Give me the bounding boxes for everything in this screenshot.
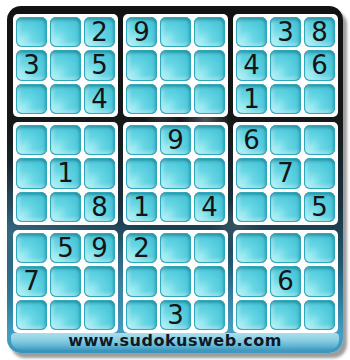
- cell-r2c2[interactable]: [50, 50, 81, 80]
- cell-r3c5[interactable]: [160, 84, 191, 114]
- cell-r4c8[interactable]: [270, 125, 301, 155]
- cell-r9c8[interactable]: [270, 300, 301, 330]
- cell-r8c1[interactable]: 7: [16, 266, 47, 296]
- cell-r1c2[interactable]: [50, 17, 81, 47]
- cell-r5c1[interactable]: [16, 158, 47, 188]
- cell-r5c9[interactable]: [304, 158, 335, 188]
- cell-r6c3[interactable]: 8: [84, 192, 115, 222]
- cell-r9c2[interactable]: [50, 300, 81, 330]
- cell-r1c3[interactable]: 2: [84, 17, 115, 47]
- cell-r1c1[interactable]: [16, 17, 47, 47]
- box-r3c2: 23: [123, 230, 228, 333]
- cell-r8c4[interactable]: [126, 266, 157, 296]
- cell-r6c7[interactable]: [236, 192, 267, 222]
- cell-r3c1[interactable]: [16, 84, 47, 114]
- cell-r4c1[interactable]: [16, 125, 47, 155]
- cell-r4c2[interactable]: [50, 125, 81, 155]
- cell-r8c5[interactable]: [160, 266, 191, 296]
- cell-r5c6[interactable]: [194, 158, 225, 188]
- sudoku-board: 235493846118914675597236 www.sudokusweb.…: [7, 6, 343, 353]
- cell-r4c9[interactable]: [304, 125, 335, 155]
- cell-r9c6[interactable]: [194, 300, 225, 330]
- cell-r3c8[interactable]: [270, 84, 301, 114]
- cell-r1c8[interactable]: 3: [270, 17, 301, 47]
- cell-r9c7[interactable]: [236, 300, 267, 330]
- cell-r6c5[interactable]: [160, 192, 191, 222]
- cell-r1c9[interactable]: 8: [304, 17, 335, 47]
- cell-r7c3[interactable]: 9: [84, 233, 115, 263]
- box-r2c1: 18: [13, 122, 118, 225]
- cell-r2c3[interactable]: 5: [84, 50, 115, 80]
- cell-r6c2[interactable]: [50, 192, 81, 222]
- cell-r5c7[interactable]: [236, 158, 267, 188]
- cell-r3c6[interactable]: [194, 84, 225, 114]
- cell-r4c5[interactable]: 9: [160, 125, 191, 155]
- cell-r2c7[interactable]: 4: [236, 50, 267, 80]
- cell-r9c5[interactable]: 3: [160, 300, 191, 330]
- cell-r5c8[interactable]: 7: [270, 158, 301, 188]
- cell-r7c9[interactable]: [304, 233, 335, 263]
- footer-bar: www.sudokusweb.com: [11, 333, 339, 350]
- cell-r3c9[interactable]: [304, 84, 335, 114]
- cell-r9c4[interactable]: [126, 300, 157, 330]
- box-r2c2: 914: [123, 122, 228, 225]
- cell-r2c1[interactable]: 3: [16, 50, 47, 80]
- cell-r6c1[interactable]: [16, 192, 47, 222]
- cell-r2c9[interactable]: 6: [304, 50, 335, 80]
- box-r1c1: 2354: [13, 14, 118, 117]
- cell-r5c3[interactable]: [84, 158, 115, 188]
- cell-r4c6[interactable]: [194, 125, 225, 155]
- cell-r2c6[interactable]: [194, 50, 225, 80]
- cell-r7c5[interactable]: [160, 233, 191, 263]
- cell-r2c8[interactable]: [270, 50, 301, 80]
- cell-r1c7[interactable]: [236, 17, 267, 47]
- cell-r8c7[interactable]: [236, 266, 267, 296]
- cell-r6c8[interactable]: [270, 192, 301, 222]
- cell-r8c8[interactable]: 6: [270, 266, 301, 296]
- cell-r4c7[interactable]: 6: [236, 125, 267, 155]
- box-r3c3: 6: [233, 230, 338, 333]
- box-r1c2: 9: [123, 14, 228, 117]
- cell-r9c1[interactable]: [16, 300, 47, 330]
- cell-r7c8[interactable]: [270, 233, 301, 263]
- page: 235493846118914675597236 www.sudokusweb.…: [0, 0, 350, 360]
- cell-r5c5[interactable]: [160, 158, 191, 188]
- cell-r8c6[interactable]: [194, 266, 225, 296]
- cell-r6c6[interactable]: 4: [194, 192, 225, 222]
- cell-r9c9[interactable]: [304, 300, 335, 330]
- cell-r7c6[interactable]: [194, 233, 225, 263]
- cell-r7c4[interactable]: 2: [126, 233, 157, 263]
- cell-r7c7[interactable]: [236, 233, 267, 263]
- cell-r1c6[interactable]: [194, 17, 225, 47]
- cell-r8c2[interactable]: [50, 266, 81, 296]
- website-caption: www.sudokusweb.com: [68, 333, 282, 350]
- cell-r2c4[interactable]: [126, 50, 157, 80]
- box-r3c1: 597: [13, 230, 118, 333]
- cell-r2c5[interactable]: [160, 50, 191, 80]
- cell-r3c3[interactable]: 4: [84, 84, 115, 114]
- cell-r6c4[interactable]: 1: [126, 192, 157, 222]
- cell-r7c1[interactable]: [16, 233, 47, 263]
- cell-r8c3[interactable]: [84, 266, 115, 296]
- box-r1c3: 38461: [233, 14, 338, 117]
- cell-r4c4[interactable]: [126, 125, 157, 155]
- cell-r3c2[interactable]: [50, 84, 81, 114]
- cell-r8c9[interactable]: [304, 266, 335, 296]
- cell-r6c9[interactable]: 5: [304, 192, 335, 222]
- cell-r3c4[interactable]: [126, 84, 157, 114]
- cell-r5c2[interactable]: 1: [50, 158, 81, 188]
- cell-r5c4[interactable]: [126, 158, 157, 188]
- cell-r1c5[interactable]: [160, 17, 191, 47]
- cell-r9c3[interactable]: [84, 300, 115, 330]
- cell-r1c4[interactable]: 9: [126, 17, 157, 47]
- box-r2c3: 675: [233, 122, 338, 225]
- sudoku-grid: 235493846118914675597236: [13, 14, 338, 333]
- cell-r7c2[interactable]: 5: [50, 233, 81, 263]
- cell-r4c3[interactable]: [84, 125, 115, 155]
- cell-r3c7[interactable]: 1: [236, 84, 267, 114]
